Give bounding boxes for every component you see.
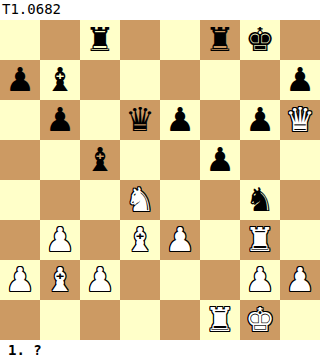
square-f2[interactable] <box>200 260 240 300</box>
white-king-g1: ♚ <box>240 300 280 340</box>
white-bishop-b2: ♝ <box>40 260 80 300</box>
square-e3[interactable]: ♟ <box>160 220 200 260</box>
square-a3[interactable] <box>0 220 40 260</box>
chess-board: ♜♜♚♟♝♟♟♛♟♟♛♝♟♞♞♟♝♟♜♟♝♟♟♟♜♚ <box>0 20 320 340</box>
square-g4[interactable]: ♞ <box>240 180 280 220</box>
square-f7[interactable] <box>200 60 240 100</box>
square-f3[interactable] <box>200 220 240 260</box>
black-pawn-h7: ♟ <box>280 60 320 100</box>
white-rook-g3: ♜ <box>240 220 280 260</box>
square-g3[interactable]: ♜ <box>240 220 280 260</box>
square-d4[interactable]: ♞ <box>120 180 160 220</box>
square-h4[interactable] <box>280 180 320 220</box>
square-c5[interactable]: ♝ <box>80 140 120 180</box>
white-pawn-g2: ♟ <box>240 260 280 300</box>
black-bishop-b7: ♝ <box>40 60 80 100</box>
square-c8[interactable]: ♜ <box>80 20 120 60</box>
square-h2[interactable]: ♟ <box>280 260 320 300</box>
square-g5[interactable] <box>240 140 280 180</box>
square-b6[interactable]: ♟ <box>40 100 80 140</box>
black-pawn-g6: ♟ <box>240 100 280 140</box>
square-a4[interactable] <box>0 180 40 220</box>
square-a8[interactable] <box>0 20 40 60</box>
square-h3[interactable] <box>280 220 320 260</box>
square-g8[interactable]: ♚ <box>240 20 280 60</box>
square-b3[interactable]: ♟ <box>40 220 80 260</box>
square-h5[interactable] <box>280 140 320 180</box>
square-b7[interactable]: ♝ <box>40 60 80 100</box>
square-d7[interactable] <box>120 60 160 100</box>
square-d3[interactable]: ♝ <box>120 220 160 260</box>
square-e2[interactable] <box>160 260 200 300</box>
square-c6[interactable] <box>80 100 120 140</box>
square-h7[interactable]: ♟ <box>280 60 320 100</box>
square-a2[interactable]: ♟ <box>0 260 40 300</box>
square-c7[interactable] <box>80 60 120 100</box>
square-b5[interactable] <box>40 140 80 180</box>
black-queen-d6: ♛ <box>120 100 160 140</box>
square-a6[interactable] <box>0 100 40 140</box>
square-e7[interactable] <box>160 60 200 100</box>
white-pawn-c2: ♟ <box>80 260 120 300</box>
square-f5[interactable]: ♟ <box>200 140 240 180</box>
black-bishop-c5: ♝ <box>80 140 120 180</box>
square-h6[interactable]: ♛ <box>280 100 320 140</box>
white-pawn-h2: ♟ <box>280 260 320 300</box>
square-d6[interactable]: ♛ <box>120 100 160 140</box>
black-pawn-e6: ♟ <box>160 100 200 140</box>
white-knight-d4: ♞ <box>120 180 160 220</box>
square-c3[interactable] <box>80 220 120 260</box>
black-knight-g4: ♞ <box>240 180 280 220</box>
square-c4[interactable] <box>80 180 120 220</box>
square-h8[interactable] <box>280 20 320 60</box>
black-king-g8: ♚ <box>240 20 280 60</box>
square-c1[interactable] <box>80 300 120 340</box>
square-h1[interactable] <box>280 300 320 340</box>
square-a1[interactable] <box>0 300 40 340</box>
move-prompt: 1. ? <box>0 340 320 360</box>
black-rook-c8: ♜ <box>80 20 120 60</box>
black-rook-f8: ♜ <box>200 20 240 60</box>
square-g2[interactable]: ♟ <box>240 260 280 300</box>
square-a7[interactable]: ♟ <box>0 60 40 100</box>
black-pawn-f5: ♟ <box>200 140 240 180</box>
square-d2[interactable] <box>120 260 160 300</box>
square-b2[interactable]: ♝ <box>40 260 80 300</box>
square-g7[interactable] <box>240 60 280 100</box>
puzzle-id-label: T1.0682 <box>0 0 320 20</box>
square-f1[interactable]: ♜ <box>200 300 240 340</box>
white-pawn-b3: ♟ <box>40 220 80 260</box>
square-f4[interactable] <box>200 180 240 220</box>
square-c2[interactable]: ♟ <box>80 260 120 300</box>
square-e6[interactable]: ♟ <box>160 100 200 140</box>
white-rook-f1: ♜ <box>200 300 240 340</box>
white-pawn-a2: ♟ <box>0 260 40 300</box>
square-b4[interactable] <box>40 180 80 220</box>
square-d8[interactable] <box>120 20 160 60</box>
black-pawn-b6: ♟ <box>40 100 80 140</box>
square-b8[interactable] <box>40 20 80 60</box>
square-d5[interactable] <box>120 140 160 180</box>
white-bishop-d3: ♝ <box>120 220 160 260</box>
square-b1[interactable] <box>40 300 80 340</box>
square-a5[interactable] <box>0 140 40 180</box>
square-f6[interactable] <box>200 100 240 140</box>
square-g1[interactable]: ♚ <box>240 300 280 340</box>
black-pawn-a7: ♟ <box>0 60 40 100</box>
square-d1[interactable] <box>120 300 160 340</box>
square-f8[interactable]: ♜ <box>200 20 240 60</box>
white-pawn-e3: ♟ <box>160 220 200 260</box>
square-e5[interactable] <box>160 140 200 180</box>
square-g6[interactable]: ♟ <box>240 100 280 140</box>
square-e1[interactable] <box>160 300 200 340</box>
square-e4[interactable] <box>160 180 200 220</box>
square-e8[interactable] <box>160 20 200 60</box>
white-queen-h6: ♛ <box>280 100 320 140</box>
